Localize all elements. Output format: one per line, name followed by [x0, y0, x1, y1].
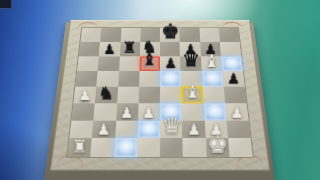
- square-d6[interactable]: ♝: [139, 56, 160, 71]
- square-h2[interactable]: [226, 120, 250, 138]
- square-c4[interactable]: [117, 87, 139, 103]
- board-grid: ♚♟♜♞♟♟♝♟♛♝♟♟♞♝♟♟♟♟♛♟♟♜♚: [66, 27, 254, 158]
- square-g4[interactable]: [202, 87, 225, 103]
- square-a3[interactable]: [72, 103, 96, 120]
- square-g1[interactable]: ♚: [205, 138, 229, 157]
- square-d1[interactable]: [137, 138, 160, 157]
- square-d2[interactable]: [137, 120, 160, 138]
- square-e6[interactable]: ♟: [160, 56, 181, 71]
- white-pawn-b2[interactable]: ♟: [97, 122, 111, 137]
- square-a1[interactable]: ♜: [67, 138, 92, 157]
- square-e1[interactable]: [160, 138, 183, 157]
- white-queen-e2[interactable]: ♛: [161, 115, 181, 137]
- square-b7[interactable]: ♟: [99, 42, 120, 56]
- square-f3[interactable]: [182, 103, 205, 120]
- white-rook-a1[interactable]: ♜: [71, 138, 87, 156]
- square-b2[interactable]: ♟: [92, 120, 116, 138]
- white-pawn-a4[interactable]: ♟: [78, 88, 91, 103]
- square-f1[interactable]: [183, 138, 207, 157]
- black-pawn-h5[interactable]: ♟: [228, 72, 241, 86]
- square-f2[interactable]: ♟: [182, 120, 205, 138]
- square-e4[interactable]: [160, 87, 182, 103]
- black-rook-c7[interactable]: ♜: [123, 40, 137, 56]
- chess-board: ♚♟♜♞♟♟♝♟♛♝♟♟♞♝♟♟♟♟♛♟♟♜♚: [50, 20, 270, 170]
- square-g5[interactable]: [201, 71, 223, 87]
- square-a7[interactable]: [79, 42, 101, 56]
- square-f8[interactable]: [179, 28, 199, 42]
- white-pawn-d3[interactable]: ♟: [142, 104, 155, 119]
- square-e5[interactable]: [160, 71, 181, 87]
- black-knight-b4[interactable]: ♞: [98, 84, 114, 102]
- white-bishop-f4[interactable]: ♝: [184, 83, 200, 101]
- square-b3[interactable]: [94, 103, 117, 120]
- black-bishop-d6[interactable]: ♝: [142, 52, 157, 69]
- square-g3[interactable]: [203, 103, 226, 120]
- square-h7[interactable]: [220, 42, 242, 56]
- white-king-g1[interactable]: ♚: [207, 132, 229, 156]
- square-e7[interactable]: [160, 42, 180, 56]
- window-fragment: [0, 0, 12, 9]
- black-pawn-b7[interactable]: ♟: [103, 42, 115, 56]
- square-e8[interactable]: ♚: [160, 28, 180, 42]
- square-h6[interactable]: [221, 56, 243, 71]
- square-c3[interactable]: ♟: [116, 103, 139, 120]
- square-h4[interactable]: [223, 87, 246, 103]
- square-h8[interactable]: [218, 28, 239, 42]
- white-pawn-c3[interactable]: ♟: [120, 104, 133, 119]
- square-b6[interactable]: [98, 56, 120, 71]
- white-bishop-g6[interactable]: ♝: [204, 53, 219, 70]
- square-d4[interactable]: [138, 87, 160, 103]
- square-a6[interactable]: [77, 56, 99, 71]
- black-pawn-e6[interactable]: ♟: [164, 56, 177, 70]
- square-d5[interactable]: [139, 71, 160, 87]
- square-c6[interactable]: [119, 56, 140, 71]
- square-c5[interactable]: [118, 71, 140, 87]
- white-pawn-f2[interactable]: ♟: [187, 122, 201, 137]
- square-g8[interactable]: [199, 28, 220, 42]
- square-d3[interactable]: ♟: [138, 103, 160, 120]
- square-c2[interactable]: [115, 120, 138, 138]
- black-queen-f6[interactable]: ♛: [182, 50, 200, 70]
- square-c7[interactable]: ♜: [119, 42, 140, 56]
- square-b1[interactable]: [91, 138, 115, 157]
- square-f6[interactable]: ♛: [180, 56, 201, 71]
- square-a4[interactable]: ♟: [74, 87, 97, 103]
- square-f4[interactable]: ♝: [181, 87, 203, 103]
- square-g6[interactable]: ♝: [201, 56, 223, 71]
- square-b8[interactable]: [100, 28, 121, 42]
- square-h3[interactable]: ♟: [225, 103, 249, 120]
- square-a8[interactable]: [81, 28, 102, 42]
- square-h1[interactable]: [228, 138, 253, 157]
- chess-titans-screen: ♚♟♜♞♟♟♝♟♛♝♟♟♞♝♟♟♟♟♛♟♟♜♚: [0, 0, 320, 180]
- square-e2[interactable]: ♛: [160, 120, 183, 138]
- board-frame: ♚♟♜♞♟♟♝♟♛♝♟♟♞♝♟♟♟♟♛♟♟♜♚: [50, 20, 270, 170]
- white-pawn-h3[interactable]: ♟: [231, 104, 244, 119]
- square-b4[interactable]: ♞: [95, 87, 118, 103]
- black-king-e8[interactable]: ♚: [161, 20, 179, 41]
- square-a5[interactable]: [75, 71, 97, 87]
- square-h5[interactable]: ♟: [222, 71, 244, 87]
- square-c1[interactable]: [114, 138, 138, 157]
